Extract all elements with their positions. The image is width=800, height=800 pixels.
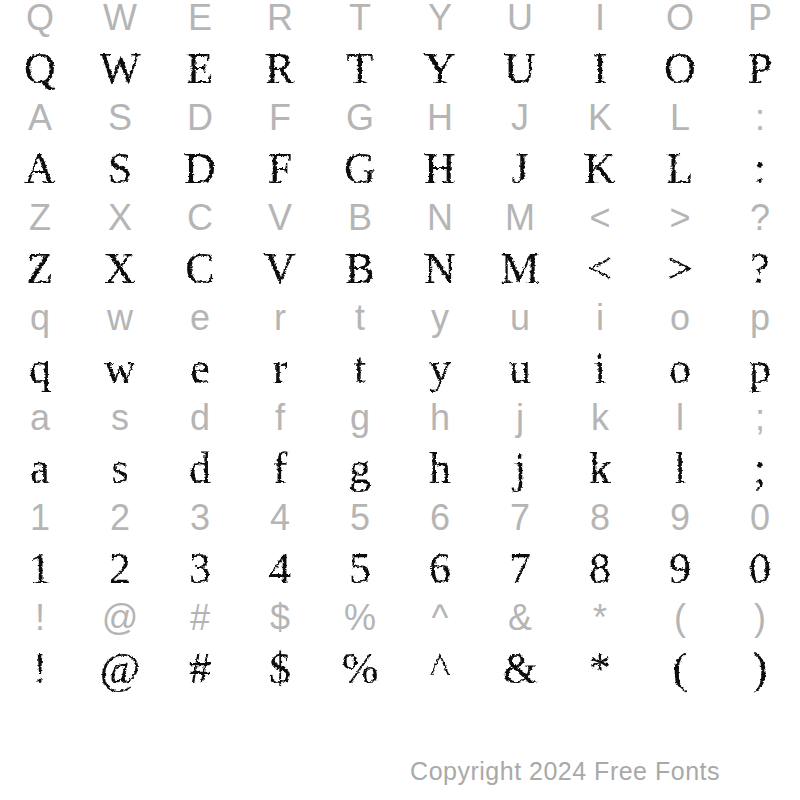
glyph-cell: g — [320, 443, 400, 493]
glyph-cell: ( — [640, 643, 720, 693]
glyph-cell: T — [320, 43, 400, 93]
glyph-cell: r — [240, 343, 320, 393]
glyph-cell: R — [240, 43, 320, 93]
glyph-cell: Z — [0, 243, 80, 293]
glyph-cell: 3 — [160, 543, 240, 593]
glyph-cell: 9 — [640, 543, 720, 593]
glyph-row-4-preview: ASDFGHJKL: — [0, 143, 800, 193]
glyph-cell: l — [640, 393, 720, 443]
glyph-cell: O — [640, 43, 720, 93]
glyph-cell: A — [0, 143, 80, 193]
glyph-cell: # — [160, 593, 240, 643]
glyph-cell: q — [0, 293, 80, 343]
glyph-row-8-preview: qwertyuiop — [0, 343, 800, 393]
glyph-cell: V — [240, 193, 320, 243]
glyph-row-11-reference: 1234567890 — [0, 493, 800, 543]
glyph-cell: > — [640, 193, 720, 243]
glyph-cell: F — [240, 143, 320, 193]
glyph-cell: : — [720, 143, 800, 193]
glyph-row-1-reference: QWERTYUIOP — [0, 0, 800, 43]
glyph-cell: a — [0, 393, 80, 443]
glyph-row-7-reference: qwertyuiop — [0, 293, 800, 343]
glyph-cell: Q — [0, 0, 80, 43]
glyph-cell: f — [240, 393, 320, 443]
glyph-cell: B — [320, 193, 400, 243]
glyph-cell: f — [240, 443, 320, 493]
glyph-cell: $ — [240, 643, 320, 693]
glyph-cell: s — [80, 393, 160, 443]
glyph-cell: 5 — [320, 543, 400, 593]
glyph-cell: C — [160, 193, 240, 243]
glyph-cell: < — [560, 243, 640, 293]
glyph-cell: J — [480, 143, 560, 193]
glyph-cell: i — [560, 293, 640, 343]
glyph-cell: W — [80, 43, 160, 93]
glyph-cell: p — [720, 343, 800, 393]
glyph-cell: ; — [720, 443, 800, 493]
glyph-cell: k — [560, 393, 640, 443]
glyph-cell: 4 — [240, 493, 320, 543]
glyph-cell: 2 — [80, 543, 160, 593]
glyph-cell: w — [80, 293, 160, 343]
glyph-cell: & — [480, 593, 560, 643]
glyph-cell: > — [640, 243, 720, 293]
glyph-cell: D — [160, 93, 240, 143]
glyph-cell: ^ — [400, 643, 480, 693]
glyph-cell: d — [160, 393, 240, 443]
glyph-cell: ! — [0, 593, 80, 643]
glyph-cell: ) — [720, 643, 800, 693]
glyph-cell: g — [320, 393, 400, 443]
glyph-cell: F — [240, 93, 320, 143]
glyph-cell: % — [320, 593, 400, 643]
glyph-cell: G — [320, 93, 400, 143]
glyph-cell: L — [640, 93, 720, 143]
glyph-cell: V — [240, 243, 320, 293]
glyph-cell: h — [400, 393, 480, 443]
glyph-cell: R — [240, 0, 320, 43]
glyph-cell: Y — [400, 43, 480, 93]
glyph-row-6-preview: ZXCVBNM<>? — [0, 243, 800, 293]
glyph-cell: G — [320, 143, 400, 193]
glyph-cell: 6 — [400, 493, 480, 543]
glyph-cell: % — [320, 643, 400, 693]
glyph-cell: W — [80, 0, 160, 43]
glyph-cell: 4 — [240, 543, 320, 593]
glyph-cell: * — [560, 593, 640, 643]
glyph-cell: t — [320, 343, 400, 393]
glyph-cell: 7 — [480, 493, 560, 543]
glyph-row-14-preview: !@#$%^&*() — [0, 643, 800, 693]
glyph-cell: @ — [80, 643, 160, 693]
glyph-cell: J — [480, 93, 560, 143]
glyph-cell: i — [560, 343, 640, 393]
glyph-cell: @ — [80, 593, 160, 643]
glyph-cell: E — [160, 0, 240, 43]
glyph-cell: $ — [240, 593, 320, 643]
copyright-text: Copyright 2024 Free Fonts — [410, 757, 720, 786]
glyph-cell: K — [560, 93, 640, 143]
glyph-cell: U — [480, 43, 560, 93]
glyph-cell: H — [400, 93, 480, 143]
glyph-cell: 7 — [480, 543, 560, 593]
glyph-cell: ? — [720, 193, 800, 243]
glyph-cell: t — [320, 293, 400, 343]
glyph-cell: U — [480, 0, 560, 43]
glyph-cell: 5 — [320, 493, 400, 543]
glyph-row-3-reference: ASDFGHJKL: — [0, 93, 800, 143]
glyph-cell: e — [160, 293, 240, 343]
glyph-cell: N — [400, 193, 480, 243]
glyph-cell: q — [0, 343, 80, 393]
glyph-cell: 6 — [400, 543, 480, 593]
glyph-row-9-reference: asdfghjkl; — [0, 393, 800, 443]
glyph-cell: 9 — [640, 493, 720, 543]
glyph-cell: l — [640, 443, 720, 493]
glyph-cell: y — [400, 293, 480, 343]
glyph-cell: D — [160, 143, 240, 193]
glyph-cell: p — [720, 293, 800, 343]
glyph-cell: O — [640, 0, 720, 43]
glyph-cell: < — [560, 193, 640, 243]
glyph-cell: 1 — [0, 493, 80, 543]
glyph-cell: a — [0, 443, 80, 493]
glyph-cell: P — [720, 43, 800, 93]
glyph-cell: T — [320, 0, 400, 43]
glyph-cell: ? — [720, 243, 800, 293]
glyph-row-10-preview: asdfghjkl; — [0, 443, 800, 493]
glyph-cell: 3 — [160, 493, 240, 543]
glyph-cell: 2 — [80, 493, 160, 543]
glyph-cell: I — [560, 43, 640, 93]
glyph-cell: o — [640, 293, 720, 343]
glyph-cell: C — [160, 243, 240, 293]
glyph-cell: Z — [0, 193, 80, 243]
glyph-cell: N — [400, 243, 480, 293]
glyph-cell: S — [80, 93, 160, 143]
glyph-cell: 1 — [0, 543, 80, 593]
glyph-cell: B — [320, 243, 400, 293]
glyph-cell: X — [80, 243, 160, 293]
glyph-cell: o — [640, 343, 720, 393]
glyph-cell: P — [720, 0, 800, 43]
glyph-cell: s — [80, 443, 160, 493]
glyph-cell: # — [160, 643, 240, 693]
glyph-cell: E — [160, 43, 240, 93]
glyph-cell: ) — [720, 593, 800, 643]
glyph-row-5-reference: ZXCVBNM<>? — [0, 193, 800, 243]
glyph-cell: ! — [0, 643, 80, 693]
glyph-cell: K — [560, 143, 640, 193]
glyph-cell: ; — [720, 393, 800, 443]
glyph-cell: w — [80, 343, 160, 393]
glyph-row-2-preview: QWERTYUIOP — [0, 43, 800, 93]
glyph-cell: 0 — [720, 493, 800, 543]
glyph-row-12-preview: 1234567890 — [0, 543, 800, 593]
glyph-cell: j — [480, 443, 560, 493]
glyph-cell: Q — [0, 43, 80, 93]
glyph-cell: ( — [640, 593, 720, 643]
glyph-cell: d — [160, 443, 240, 493]
glyph-cell: Y — [400, 0, 480, 43]
glyph-cell: u — [480, 293, 560, 343]
glyph-grid: QWERTYUIOPQWERTYUIOPASDFGHJKL:ASDFGHJKL:… — [0, 0, 800, 693]
glyph-cell: e — [160, 343, 240, 393]
glyph-cell: : — [720, 93, 800, 143]
glyph-cell: k — [560, 443, 640, 493]
glyph-row-13-reference: !@#$%^&*() — [0, 593, 800, 643]
glyph-cell: & — [480, 643, 560, 693]
glyph-cell: A — [0, 93, 80, 143]
glyph-cell: 8 — [560, 543, 640, 593]
glyph-cell: I — [560, 0, 640, 43]
glyph-cell: X — [80, 193, 160, 243]
glyph-cell: 8 — [560, 493, 640, 543]
glyph-cell: * — [560, 643, 640, 693]
glyph-cell: r — [240, 293, 320, 343]
glyph-cell: L — [640, 143, 720, 193]
font-specimen-page: QWERTYUIOPQWERTYUIOPASDFGHJKL:ASDFGHJKL:… — [0, 0, 800, 800]
glyph-cell: S — [80, 143, 160, 193]
glyph-cell: H — [400, 143, 480, 193]
glyph-cell: j — [480, 393, 560, 443]
glyph-cell: y — [400, 343, 480, 393]
glyph-cell: h — [400, 443, 480, 493]
glyph-cell: M — [480, 243, 560, 293]
glyph-cell: u — [480, 343, 560, 393]
glyph-cell: M — [480, 193, 560, 243]
glyph-cell: 0 — [720, 543, 800, 593]
glyph-cell: ^ — [400, 593, 480, 643]
